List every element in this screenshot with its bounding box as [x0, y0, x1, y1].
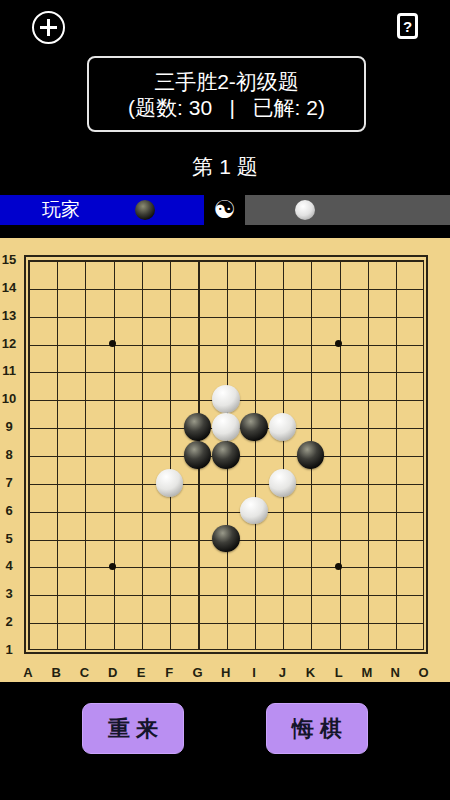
board-intersection[interactable]	[212, 552, 240, 580]
board-intersection[interactable]	[240, 525, 268, 553]
board-intersection[interactable]	[127, 274, 155, 302]
board-intersection[interactable]	[42, 441, 70, 469]
board-intersection[interactable]	[127, 413, 155, 441]
board-intersection[interactable]	[409, 330, 437, 358]
column-coordinate-label: B	[46, 665, 66, 680]
board-intersection[interactable]	[268, 441, 296, 469]
board-intersection[interactable]	[99, 330, 127, 358]
board-intersection[interactable]	[99, 608, 127, 636]
white-stone	[212, 413, 240, 441]
board-intersection[interactable]	[268, 274, 296, 302]
black-stone-icon	[135, 200, 155, 220]
board-intersection[interactable]	[240, 330, 268, 358]
column-coordinate-label: M	[357, 665, 377, 680]
board-intersection[interactable]	[99, 246, 127, 274]
puzzle-stats: (题数: 30 | 已解: 2)	[128, 97, 325, 118]
column-coordinate-label: K	[301, 665, 321, 680]
player-bar: 玩家 ☯ 陪练	[0, 195, 450, 225]
board-intersection[interactable]	[325, 469, 353, 497]
board-intersection[interactable]	[127, 552, 155, 580]
black-stone	[240, 413, 268, 441]
board-intersection[interactable]	[70, 497, 98, 525]
board-intersection[interactable]	[42, 608, 70, 636]
board-intersection[interactable]	[183, 274, 211, 302]
board-intersection[interactable]	[240, 608, 268, 636]
board-intersection[interactable]	[268, 525, 296, 553]
board-intersection[interactable]	[381, 274, 409, 302]
board-intersection[interactable]	[70, 441, 98, 469]
black-stone	[297, 441, 325, 469]
board-intersection[interactable]	[381, 636, 409, 664]
board-intersection[interactable]	[212, 441, 240, 469]
board-intersection[interactable]	[212, 469, 240, 497]
board-intersection[interactable]	[99, 525, 127, 553]
column-coordinate-label: J	[272, 665, 292, 680]
board-intersection[interactable]	[212, 636, 240, 664]
board-intersection[interactable]	[42, 302, 70, 330]
board-intersection[interactable]	[409, 413, 437, 441]
restart-button[interactable]: 重 来	[82, 703, 184, 754]
board-intersection[interactable]	[240, 246, 268, 274]
board-intersection[interactable]	[70, 302, 98, 330]
board-intersection[interactable]	[325, 608, 353, 636]
board-intersection[interactable]	[268, 302, 296, 330]
board-intersection[interactable]	[212, 274, 240, 302]
black-stone	[212, 525, 240, 553]
board-intersection[interactable]	[409, 469, 437, 497]
board-intersection[interactable]	[14, 441, 42, 469]
board-intersection[interactable]	[42, 580, 70, 608]
board-intersection[interactable]	[296, 636, 324, 664]
board-intersection[interactable]	[296, 413, 324, 441]
board-intersection[interactable]	[325, 246, 353, 274]
white-stone-icon	[295, 200, 315, 220]
column-coordinate-label: F	[159, 665, 179, 680]
board-intersection[interactable]	[183, 636, 211, 664]
board-intersection[interactable]	[99, 636, 127, 664]
board-intersection[interactable]	[409, 357, 437, 385]
board-intersection[interactable]	[296, 441, 324, 469]
player-label: 玩家	[42, 195, 80, 225]
board-intersection[interactable]	[353, 580, 381, 608]
board-intersection[interactable]	[240, 413, 268, 441]
board-intersection[interactable]	[212, 608, 240, 636]
board-intersection[interactable]	[42, 469, 70, 497]
board-intersection[interactable]	[42, 636, 70, 664]
board-intersection[interactable]	[268, 469, 296, 497]
board-intersection[interactable]	[42, 552, 70, 580]
board-intersection[interactable]	[240, 302, 268, 330]
board-intersection[interactable]	[14, 330, 42, 358]
board-intersection[interactable]	[127, 330, 155, 358]
board-intersection[interactable]	[381, 246, 409, 274]
board-intersection[interactable]	[268, 497, 296, 525]
board-intersection[interactable]	[409, 608, 437, 636]
board-intersection[interactable]	[127, 385, 155, 413]
board-intersection[interactable]	[14, 357, 42, 385]
board-intersection[interactable]	[42, 246, 70, 274]
board-intersection[interactable]	[155, 497, 183, 525]
board-intersection[interactable]	[42, 497, 70, 525]
board-intersection[interactable]	[14, 580, 42, 608]
board-intersection[interactable]	[42, 330, 70, 358]
board-intersection[interactable]	[296, 525, 324, 553]
board-intersection[interactable]	[127, 580, 155, 608]
board-intersection[interactable]	[409, 636, 437, 664]
board-intersection[interactable]	[70, 246, 98, 274]
board-intersection[interactable]	[240, 274, 268, 302]
board-intersection[interactable]	[353, 246, 381, 274]
yinyang-swap-icon[interactable]: ☯	[204, 195, 245, 225]
board-intersection[interactable]	[409, 441, 437, 469]
board-intersection[interactable]	[353, 525, 381, 553]
board-intersection[interactable]	[155, 413, 183, 441]
board-intersection[interactable]	[353, 357, 381, 385]
board-intersection[interactable]	[14, 413, 42, 441]
board-intersection[interactable]	[296, 330, 324, 358]
board-intersection[interactable]	[268, 552, 296, 580]
board-intersection[interactable]	[155, 330, 183, 358]
board-intersection[interactable]	[212, 385, 240, 413]
board-intersection[interactable]	[70, 552, 98, 580]
board-intersection[interactable]	[70, 330, 98, 358]
board-intersection[interactable]	[353, 385, 381, 413]
board-intersection[interactable]	[155, 525, 183, 553]
board-intersection[interactable]	[353, 441, 381, 469]
board-intersection[interactable]	[353, 469, 381, 497]
board-intersection[interactable]	[183, 441, 211, 469]
board-intersection[interactable]	[353, 608, 381, 636]
column-coordinate-label: E	[131, 665, 151, 680]
white-stone	[269, 469, 297, 497]
board-intersection[interactable]	[240, 441, 268, 469]
board-intersection[interactable]	[212, 413, 240, 441]
board-intersection[interactable]	[70, 357, 98, 385]
board-intersection[interactable]	[409, 385, 437, 413]
board-intersection[interactable]	[212, 302, 240, 330]
board-intersection[interactable]	[325, 357, 353, 385]
board-intersection[interactable]	[409, 274, 437, 302]
board-intersection[interactable]	[353, 552, 381, 580]
column-coordinate-label: L	[329, 665, 349, 680]
black-stone	[184, 441, 212, 469]
board-intersection[interactable]	[212, 497, 240, 525]
board-intersection[interactable]	[155, 385, 183, 413]
white-stone	[212, 385, 240, 413]
board-intersection[interactable]	[268, 636, 296, 664]
board-intersection[interactable]	[381, 469, 409, 497]
board-intersection[interactable]	[183, 497, 211, 525]
problem-number-label: 第 1 题	[0, 153, 450, 181]
board-intersection[interactable]	[325, 580, 353, 608]
board-intersection[interactable]	[127, 636, 155, 664]
board-intersection[interactable]	[296, 469, 324, 497]
column-coordinate-label: N	[385, 665, 405, 680]
column-coordinate-label: G	[188, 665, 208, 680]
board-intersection[interactable]	[127, 246, 155, 274]
board-intersection[interactable]	[268, 246, 296, 274]
board-intersection[interactable]	[268, 385, 296, 413]
board-intersection[interactable]	[127, 302, 155, 330]
board-intersection[interactable]	[42, 274, 70, 302]
board-intersection[interactable]	[268, 608, 296, 636]
board-intersection[interactable]	[183, 385, 211, 413]
board-intersection[interactable]	[14, 246, 42, 274]
board-intersection[interactable]	[296, 580, 324, 608]
board-intersection[interactable]	[70, 413, 98, 441]
board-intersection[interactable]	[296, 302, 324, 330]
column-coordinate-label: A	[18, 665, 38, 680]
board-intersection[interactable]	[353, 497, 381, 525]
board-intersection[interactable]	[42, 525, 70, 553]
board-intersection[interactable]	[212, 580, 240, 608]
board-intersection[interactable]	[99, 413, 127, 441]
board-intersection[interactable]	[268, 413, 296, 441]
board-intersection[interactable]	[183, 608, 211, 636]
board-intersection[interactable]	[183, 552, 211, 580]
board-intersection[interactable]	[296, 608, 324, 636]
board-intersection[interactable]	[127, 525, 155, 553]
column-coordinate-label: H	[216, 665, 236, 680]
board-intersection[interactable]	[155, 357, 183, 385]
board-intersection[interactable]	[99, 580, 127, 608]
board-intersection[interactable]	[155, 608, 183, 636]
puzzle-title: 三手胜2-初级题	[154, 71, 299, 92]
board-intersection[interactable]	[268, 330, 296, 358]
board-intersection[interactable]	[381, 357, 409, 385]
board-intersection[interactable]	[127, 497, 155, 525]
board-intersection[interactable]	[70, 525, 98, 553]
column-coordinate-label: I	[244, 665, 264, 680]
board-intersection[interactable]	[14, 469, 42, 497]
add-circle-plus-icon[interactable]	[32, 11, 65, 44]
board-intersection[interactable]	[183, 580, 211, 608]
puzzle-title-box: 三手胜2-初级题 (题数: 30 | 已解: 2)	[87, 56, 366, 132]
board-intersection[interactable]	[409, 246, 437, 274]
board-intersection[interactable]	[296, 552, 324, 580]
board-intersection[interactable]	[381, 302, 409, 330]
board-intersection[interactable]	[99, 497, 127, 525]
board-intersection[interactable]	[325, 552, 353, 580]
board-intersection[interactable]	[183, 469, 211, 497]
board-intersection[interactable]	[353, 302, 381, 330]
board-intersection[interactable]	[183, 357, 211, 385]
black-stone	[184, 413, 212, 441]
board-intersection[interactable]	[155, 552, 183, 580]
board-intersection[interactable]	[70, 608, 98, 636]
board-intersection[interactable]	[381, 385, 409, 413]
board-intersection[interactable]	[14, 552, 42, 580]
board-intersection[interactable]	[183, 330, 211, 358]
board-intersection[interactable]	[155, 302, 183, 330]
board-intersection[interactable]	[296, 274, 324, 302]
board-intersection[interactable]	[127, 608, 155, 636]
gomoku-board[interactable]: 151413121110987654321ABCDEFGHIJKLMNO	[0, 238, 450, 682]
board-intersection[interactable]	[240, 469, 268, 497]
board-intersection[interactable]	[353, 636, 381, 664]
board-intersection[interactable]	[14, 525, 42, 553]
board-intersection[interactable]	[14, 302, 42, 330]
board-intersection[interactable]	[240, 385, 268, 413]
black-stone	[212, 441, 240, 469]
board-intersection[interactable]	[70, 469, 98, 497]
board-intersection[interactable]	[325, 413, 353, 441]
board-intersection[interactable]	[296, 497, 324, 525]
column-coordinate-label: D	[103, 665, 123, 680]
white-stone	[156, 469, 184, 497]
board-intersection[interactable]	[183, 525, 211, 553]
player-side-black[interactable]: 玩家	[0, 195, 204, 225]
board-intersection[interactable]	[268, 580, 296, 608]
board-intersection[interactable]	[409, 525, 437, 553]
board-intersection[interactable]	[99, 274, 127, 302]
board-intersection[interactable]	[42, 385, 70, 413]
board-intersection[interactable]	[127, 469, 155, 497]
board-intersection[interactable]	[155, 441, 183, 469]
board-intersection[interactable]	[325, 385, 353, 413]
board-intersection[interactable]	[325, 497, 353, 525]
board-intersection[interactable]	[381, 580, 409, 608]
board-intersection[interactable]	[325, 525, 353, 553]
board-intersection[interactable]	[14, 497, 42, 525]
board-intersection[interactable]	[409, 302, 437, 330]
board-intersection[interactable]	[70, 636, 98, 664]
board-intersection[interactable]	[381, 608, 409, 636]
help-icon[interactable]: ?	[397, 13, 418, 39]
board-intersection[interactable]	[14, 385, 42, 413]
opponent-side-white[interactable]: 陪练	[245, 195, 450, 225]
board-intersection[interactable]	[99, 552, 127, 580]
stones-grid	[14, 246, 438, 664]
board-intersection[interactable]	[381, 497, 409, 525]
board-intersection[interactable]	[381, 413, 409, 441]
board-intersection[interactable]	[268, 357, 296, 385]
board-intersection[interactable]	[155, 274, 183, 302]
board-intersection[interactable]	[99, 469, 127, 497]
board-intersection[interactable]	[99, 385, 127, 413]
board-intersection[interactable]	[212, 525, 240, 553]
board-intersection[interactable]	[212, 330, 240, 358]
board-intersection[interactable]	[353, 330, 381, 358]
board-intersection[interactable]	[240, 636, 268, 664]
board-intersection[interactable]	[14, 636, 42, 664]
board-intersection[interactable]	[70, 580, 98, 608]
board-intersection[interactable]	[353, 274, 381, 302]
board-intersection[interactable]	[325, 636, 353, 664]
column-coordinate-label: C	[75, 665, 95, 680]
board-intersection[interactable]	[381, 525, 409, 553]
board-intersection[interactable]	[127, 441, 155, 469]
board-intersection[interactable]	[240, 580, 268, 608]
board-intersection[interactable]	[183, 302, 211, 330]
board-intersection[interactable]	[42, 357, 70, 385]
board-intersection[interactable]	[381, 552, 409, 580]
board-intersection[interactable]	[240, 357, 268, 385]
white-stone	[240, 497, 268, 525]
board-intersection[interactable]	[296, 357, 324, 385]
board-intersection[interactable]	[70, 274, 98, 302]
board-intersection[interactable]	[14, 608, 42, 636]
board-intersection[interactable]	[99, 302, 127, 330]
board-intersection[interactable]	[155, 246, 183, 274]
undo-button[interactable]: 悔 棋	[266, 703, 368, 754]
board-intersection[interactable]	[381, 330, 409, 358]
board-intersection[interactable]	[14, 274, 42, 302]
board-intersection[interactable]	[212, 246, 240, 274]
board-intersection[interactable]	[409, 552, 437, 580]
board-intersection[interactable]	[325, 330, 353, 358]
board-intersection[interactable]	[155, 469, 183, 497]
column-coordinate-label: O	[414, 665, 434, 680]
board-intersection[interactable]	[42, 413, 70, 441]
board-intersection[interactable]	[353, 413, 381, 441]
board-intersection[interactable]	[99, 357, 127, 385]
white-stone	[269, 413, 297, 441]
board-intersection[interactable]	[155, 636, 183, 664]
board-intersection[interactable]	[240, 497, 268, 525]
board-intersection[interactable]	[155, 580, 183, 608]
board-intersection[interactable]	[70, 385, 98, 413]
board-intersection[interactable]	[296, 246, 324, 274]
board-intersection[interactable]	[127, 357, 155, 385]
board-intersection[interactable]	[212, 357, 240, 385]
board-intersection[interactable]	[296, 385, 324, 413]
board-intersection[interactable]	[409, 580, 437, 608]
board-intersection[interactable]	[183, 413, 211, 441]
board-intersection[interactable]	[183, 246, 211, 274]
board-intersection[interactable]	[325, 441, 353, 469]
board-intersection[interactable]	[409, 497, 437, 525]
board-intersection[interactable]	[325, 274, 353, 302]
board-intersection[interactable]	[99, 441, 127, 469]
board-intersection[interactable]	[325, 302, 353, 330]
board-intersection[interactable]	[381, 441, 409, 469]
board-intersection[interactable]	[240, 552, 268, 580]
